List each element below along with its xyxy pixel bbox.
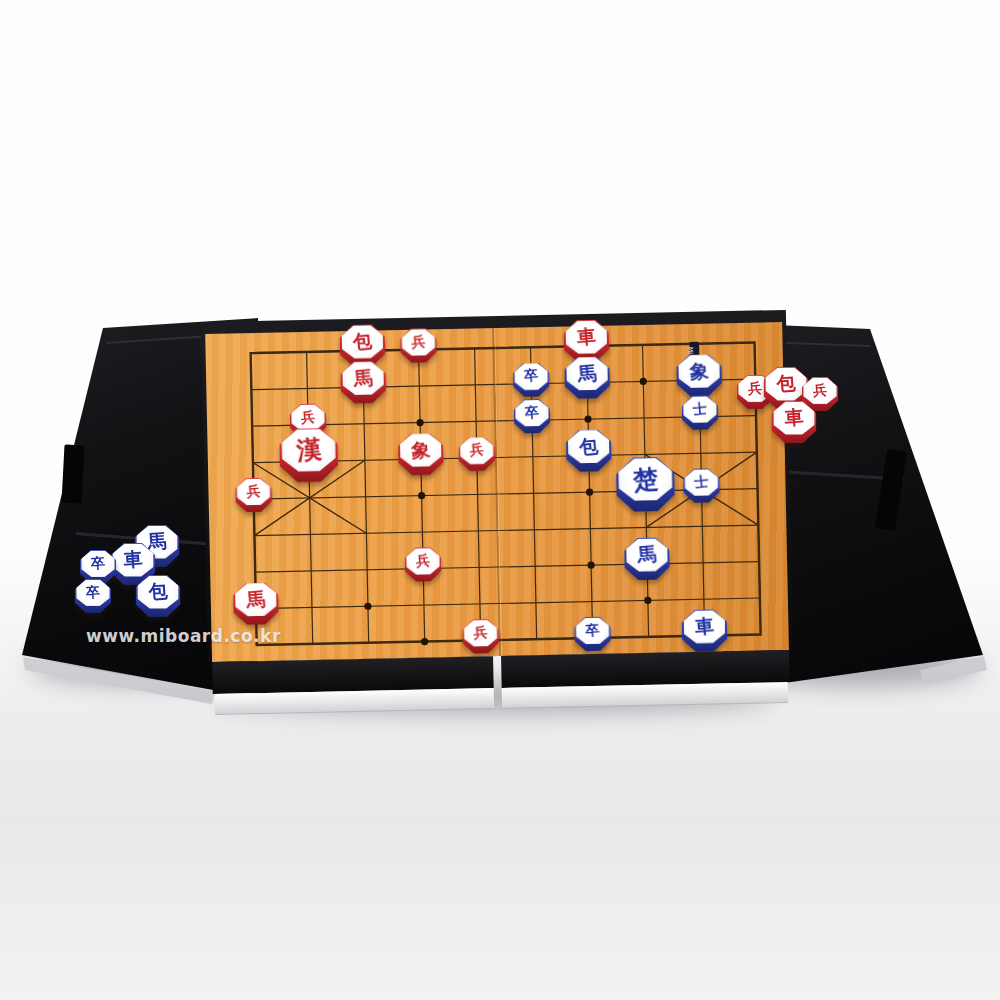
piece-cho-cha[interactable]: 車 <box>682 609 728 652</box>
piece-cho-po[interactable]: 包 <box>136 575 181 617</box>
piece-cho-jol[interactable]: 卒 <box>513 362 550 397</box>
piece-han-byeong[interactable]: 兵 <box>405 547 442 582</box>
piece-han-cha[interactable]: 車 <box>772 401 817 443</box>
piece-han-byeong[interactable]: 兵 <box>400 328 437 363</box>
product-photo-scene: MI 包兵車馬兵漢象兵兵兵馬兵卒馬象卒士包楚士馬卒車 www.miboard.c… <box>0 0 1000 1000</box>
piece-cho-jol[interactable]: 卒 <box>75 579 111 613</box>
piece-han-byeong[interactable]: 兵 <box>458 436 495 471</box>
piece-han-byeong[interactable]: 兵 <box>235 478 272 513</box>
piece-cho-sa[interactable]: 士 <box>683 468 720 503</box>
piece-cho-jol[interactable]: 卒 <box>514 399 551 434</box>
janggi-board: MI 包兵車馬兵漢象兵兵兵馬兵卒馬象卒士包楚士馬卒車 <box>201 310 794 714</box>
piece-cho-po[interactable]: 包 <box>566 429 612 472</box>
piece-han-king-han[interactable]: 漢 <box>279 427 338 482</box>
piece-han-ma[interactable]: 馬 <box>340 361 386 404</box>
watermark-url: www.miboard.co.kr <box>86 626 281 646</box>
piece-cho-sang[interactable]: 象 <box>676 354 722 397</box>
piece-han-byeong[interactable]: 兵 <box>462 619 499 654</box>
piece-han-sang[interactable]: 象 <box>398 433 444 476</box>
board-surface: MI 包兵車馬兵漢象兵兵兵馬兵卒馬象卒士包楚士馬卒車 <box>205 322 789 662</box>
piece-han-ma[interactable]: 馬 <box>233 582 279 625</box>
piece-cho-ma[interactable]: 馬 <box>624 537 670 580</box>
piece-cho-king-cho[interactable]: 楚 <box>616 457 675 512</box>
piece-cho-ma[interactable]: 馬 <box>564 356 610 399</box>
piece-cho-sa[interactable]: 士 <box>682 395 719 430</box>
piece-cho-jol[interactable]: 卒 <box>574 617 611 652</box>
tray-left-latch <box>61 445 84 504</box>
